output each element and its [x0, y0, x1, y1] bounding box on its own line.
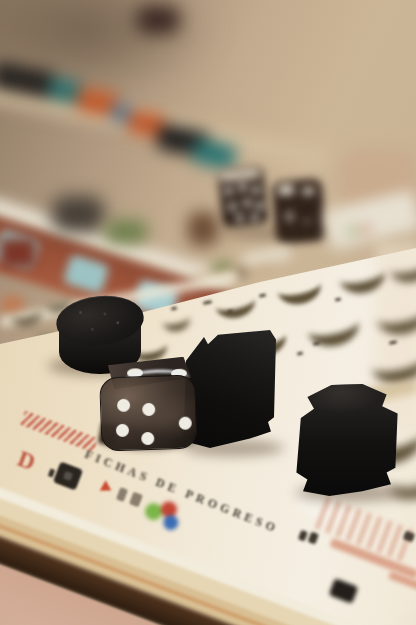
dark-art-blob — [52, 196, 104, 232]
card-dot-green — [347, 226, 357, 236]
die-front-face — [99, 374, 198, 451]
dice-shadow — [222, 226, 332, 240]
die-white-patch — [284, 210, 295, 223]
die-pip — [142, 403, 155, 416]
brown-blob — [188, 212, 218, 246]
maroon-patch — [0, 238, 36, 268]
card-dot-red — [361, 225, 369, 233]
background-blob — [136, 6, 180, 34]
die-pip — [117, 399, 130, 412]
green-art-blob — [104, 220, 148, 244]
blurred-die-left — [217, 166, 269, 228]
die-pip — [141, 432, 154, 445]
die-pip — [179, 416, 192, 429]
smoke-die — [96, 352, 199, 451]
token-teal-2 — [191, 138, 237, 170]
die-pip — [116, 424, 129, 437]
photo-canvas: D FICHAS DE PROGRESO — [0, 0, 416, 625]
die-white-patch — [303, 217, 312, 226]
die-top-sheen — [219, 168, 260, 182]
die-white-patch — [278, 184, 295, 195]
dark-dot — [237, 268, 246, 277]
die-white-patch — [302, 187, 315, 196]
card-slot-teal — [63, 254, 110, 295]
die-top-pips — [102, 356, 190, 359]
